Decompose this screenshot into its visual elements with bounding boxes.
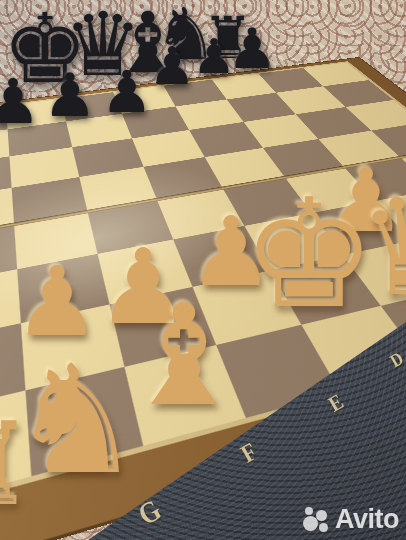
piece-white-pawn: ♟ (96, 235, 189, 339)
piece-white-king: ♚ (242, 179, 376, 329)
piece-black-pawn: ♟ (0, 71, 41, 133)
piece-white-queen: ♛ (357, 176, 406, 316)
piece-white-knight: ♞ (9, 345, 143, 495)
piece-white-pawn: ♟ (188, 204, 274, 300)
piece-black-rook: ♜ (202, 9, 254, 67)
piece-black-queen: ♛ (64, 1, 143, 89)
piece-white-pawn: ♟ (14, 254, 100, 350)
piece-white-bishop: ♝ (121, 286, 247, 426)
piece-white-rook: ♜ (0, 407, 36, 522)
piece-layer: ♟♚♟♛♟♝♟♞♟♜♟♜♞♟♟♝♟♚♟♛ (0, 0, 406, 540)
piece-black-king: ♚ (2, 1, 88, 97)
piece-black-pawn: ♟ (192, 32, 235, 80)
piece-black-pawn: ♟ (149, 40, 196, 92)
piece-black-pawn: ♟ (227, 21, 277, 77)
listing-photo: ♟♚♟♛♟♝♟♞♟♜♟♜♞♟♟♝♟♚♟♛ GFED Avito (0, 0, 406, 540)
piece-black-bishop: ♝ (110, 1, 185, 85)
piece-white-pawn: ♟ (327, 157, 406, 245)
piece-black-pawn: ♟ (101, 63, 153, 121)
piece-black-pawn: ♟ (43, 65, 97, 125)
piece-black-knight: ♞ (154, 0, 219, 70)
